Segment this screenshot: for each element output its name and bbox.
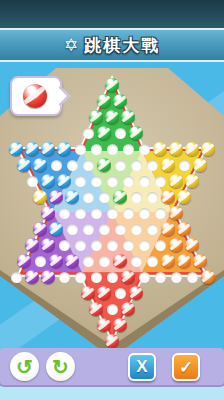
blue-marble-r8c3[interactable] — [65, 190, 79, 204]
board-hole-r5c5[interactable] — [75, 144, 86, 155]
blue-marble-r5c3[interactable] — [41, 142, 55, 156]
board-hole-r10c7[interactable] — [131, 224, 142, 235]
blue-marble-r5c2[interactable] — [25, 142, 39, 156]
yellow-marble-r5c11[interactable] — [169, 142, 183, 156]
board-hole-r6c5[interactable] — [83, 160, 94, 171]
red-marble-r16c2[interactable] — [113, 318, 127, 332]
board-hole-r8c4[interactable] — [83, 192, 94, 203]
yellow-marble-r8c1[interactable] — [33, 190, 47, 204]
blue-marble-r5c4[interactable] — [57, 142, 71, 156]
board-hole-r7c4[interactable] — [75, 176, 86, 187]
undo-button[interactable]: ↺ — [10, 352, 39, 381]
board-hole-r11c7[interactable] — [123, 240, 134, 251]
board-hole-r6c3[interactable] — [51, 160, 62, 171]
board-hole-r9c5[interactable] — [107, 208, 118, 219]
redo-icon: ↻ — [52, 355, 69, 379]
board-hole-r13c9[interactable] — [139, 272, 150, 283]
confirm-icon: ✓ — [179, 357, 193, 378]
board-hole-r11c9[interactable] — [155, 240, 166, 251]
turn-indicator-badge — [10, 76, 62, 116]
orange-marble-r11c10[interactable] — [169, 238, 183, 252]
board-hole-r7c8[interactable] — [139, 176, 150, 187]
board-hole-r9c2[interactable] — [59, 208, 70, 219]
board-hole-r13c11[interactable] — [171, 272, 182, 283]
board-hole-r13c4[interactable] — [59, 272, 70, 283]
board-hole-r13c7[interactable] — [107, 272, 118, 283]
board-hole-r8c7[interactable] — [131, 192, 142, 203]
board-hole-r9c7[interactable] — [139, 208, 150, 219]
purple-marble-r8c2[interactable] — [49, 190, 63, 204]
board-hole-r12c5[interactable] — [83, 256, 94, 267]
board-hole-r5c6[interactable] — [91, 144, 102, 155]
orange-marble-r13c13[interactable] — [201, 270, 215, 284]
blue-marble-r6c1[interactable] — [17, 158, 31, 172]
red-marble-r17c1[interactable] — [105, 334, 119, 348]
green-marble-r1c1[interactable] — [105, 78, 119, 92]
red-turn-marble — [23, 84, 47, 108]
green-marble-r8c6[interactable] — [113, 190, 127, 204]
purple-marble-r12c1[interactable] — [17, 254, 31, 268]
board-hole-r5c7[interactable] — [107, 144, 118, 155]
cancel-move-button[interactable]: X — [128, 353, 156, 381]
board-hole-r7c6[interactable] — [107, 176, 118, 187]
board-hole-r13c10[interactable] — [155, 272, 166, 283]
purple-marble-r11c1[interactable] — [25, 238, 39, 252]
purple-marble-r10c1[interactable] — [33, 222, 47, 236]
yellow-marble-r6c10[interactable] — [161, 158, 175, 172]
orange-marble-r12c12[interactable] — [193, 254, 207, 268]
board-hole-r9c3[interactable] — [75, 208, 86, 219]
board-hole-r6c4[interactable] — [67, 160, 78, 171]
yellow-marble-r8c10[interactable] — [177, 190, 191, 204]
board-hole-r11c8[interactable] — [139, 240, 150, 251]
board-hole-r6c11[interactable] — [179, 160, 190, 171]
board-hole-r6c9[interactable] — [147, 160, 158, 171]
board-hole-r12c2[interactable] — [35, 256, 46, 267]
board-hole-r11c4[interactable] — [75, 240, 86, 251]
board-hole-r10c8[interactable] — [147, 224, 158, 235]
confirm-move-button[interactable]: ✓ — [172, 353, 200, 381]
purple-marble-r12c4[interactable] — [65, 254, 79, 268]
page-title: 跳棋大戰 — [84, 34, 160, 57]
board-hole-r15c2[interactable] — [107, 304, 118, 315]
board-hole-r5c9[interactable] — [139, 144, 150, 155]
chinese-checkers-app: { "game": "chinese-checkers", "app": { "… — [0, 0, 224, 400]
board-hole-r14c3[interactable] — [115, 288, 126, 299]
board-hole-r12c8[interactable] — [131, 256, 142, 267]
green-marble-r3c1[interactable] — [89, 110, 103, 124]
blue-marble-r5c1[interactable] — [9, 142, 23, 156]
red-marble-r14c2[interactable] — [97, 286, 111, 300]
board-hole-r4c1[interactable] — [83, 128, 94, 139]
title-bar: ✡ 跳棋大戰 — [0, 28, 224, 62]
board-hole-r10c6[interactable] — [115, 224, 126, 235]
board-hole-r6c7[interactable] — [115, 160, 126, 171]
orange-marble-r10c9[interactable] — [161, 222, 175, 236]
board-hole-r13c1[interactable] — [11, 272, 22, 283]
blue-marble-r6c2[interactable] — [33, 158, 47, 172]
blue-marble-r10c2[interactable] — [49, 222, 63, 236]
board-hole-r7c1[interactable] — [27, 176, 38, 187]
board-hole-r6c8[interactable] — [131, 160, 142, 171]
board-hole-r7c9[interactable] — [155, 176, 166, 187]
toolbar: ↺ ↻ X ✓ — [0, 348, 224, 385]
red-marble-r13c8[interactable] — [121, 270, 135, 284]
green-marble-r4c4[interactable] — [129, 126, 143, 140]
board-hole-r12c6[interactable] — [99, 256, 110, 267]
board-hole-r11c5[interactable] — [91, 240, 102, 251]
orange-marble-r10c10[interactable] — [177, 222, 191, 236]
green-marble-r2c1[interactable] — [97, 94, 111, 108]
board-hole-r7c5[interactable] — [91, 176, 102, 187]
board-hole-r8c5[interactable] — [99, 192, 110, 203]
red-marble-r14c1[interactable] — [81, 286, 95, 300]
green-marble-r2c2[interactable] — [113, 94, 127, 108]
orange-marble-r9c9[interactable] — [169, 206, 183, 220]
orange-marble-r12c10[interactable] — [161, 254, 175, 268]
board-hole-r13c12[interactable] — [187, 272, 198, 283]
purple-marble-r13c3[interactable] — [41, 270, 55, 284]
top-dark-band — [0, 0, 224, 28]
undo-icon: ↺ — [16, 355, 33, 379]
board-hole-r9c6[interactable] — [123, 208, 134, 219]
orange-marble-r12c11[interactable] — [177, 254, 191, 268]
orange-marble-r8c9[interactable] — [161, 190, 175, 204]
green-marble-r6c6[interactable] — [97, 158, 111, 172]
yellow-marble-r7c10[interactable] — [169, 174, 183, 188]
green-marble-r3c2[interactable] — [105, 110, 119, 124]
yellow-marble-r5c10[interactable] — [153, 142, 167, 156]
cancel-icon: X — [136, 357, 147, 377]
board-hole-r9c8[interactable] — [155, 208, 166, 219]
bottom-light-strip — [0, 386, 224, 400]
red-marble-r12c7[interactable] — [113, 254, 127, 268]
board-hole-r9c4[interactable] — [91, 208, 102, 219]
red-marble-r15c3[interactable] — [121, 302, 135, 316]
board-hole-r11c3[interactable] — [59, 240, 70, 251]
purple-marble-r9c1[interactable] — [41, 206, 55, 220]
purple-marble-r11c2[interactable] — [41, 238, 55, 252]
board-hole-r13c6[interactable] — [91, 272, 102, 283]
board-hole-r8c8[interactable] — [147, 192, 158, 203]
red-marble-r16c1[interactable] — [97, 318, 111, 332]
purple-marble-r12c3[interactable] — [49, 254, 63, 268]
board-hole-r10c5[interactable] — [99, 224, 110, 235]
board-hole-r10c3[interactable] — [67, 224, 78, 235]
yellow-marble-r7c11[interactable] — [185, 174, 199, 188]
blue-marble-r7c3[interactable] — [57, 174, 71, 188]
orange-marble-r11c11[interactable] — [185, 238, 199, 252]
red-marble-r14c4[interactable] — [129, 286, 143, 300]
yellow-marble-r5c13[interactable] — [201, 142, 215, 156]
redo-button[interactable]: ↻ — [46, 352, 75, 381]
green-marble-r4c2[interactable] — [97, 126, 111, 140]
board-hole-r11c6[interactable] — [107, 240, 118, 251]
purple-marble-r13c2[interactable] — [25, 270, 39, 284]
yellow-marble-r6c12[interactable] — [193, 158, 207, 172]
yellow-marble-r5c12[interactable] — [185, 142, 199, 156]
board-hole-r12c9[interactable] — [147, 256, 158, 267]
green-marble-r3c3[interactable] — [121, 110, 135, 124]
board-hole-r7c7[interactable] — [123, 176, 134, 187]
board-hole-r4c3[interactable] — [115, 128, 126, 139]
hexagram-star-icon: ✡ — [64, 37, 78, 54]
board-hole-r13c5[interactable] — [75, 272, 86, 283]
red-marble-r15c1[interactable] — [89, 302, 103, 316]
blue-marble-r7c2[interactable] — [41, 174, 55, 188]
board-hole-r5c8[interactable] — [123, 144, 134, 155]
board-hole-r10c4[interactable] — [83, 224, 94, 235]
